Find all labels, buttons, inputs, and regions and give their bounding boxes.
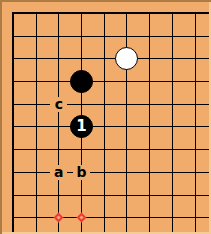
grid-line-horizontal [12,149,211,150]
point-label-c: c [50,97,67,112]
point-label-a: a [50,165,67,180]
go-board: cab1 [0,0,211,234]
stone-move-number: 1 [76,119,86,134]
grid-line-horizontal [12,104,211,105]
white-stone [115,47,138,70]
grid-line-vertical [36,12,37,234]
grid-line-horizontal [12,12,211,14]
board-frame-top [0,0,211,2]
grid-line-horizontal [12,172,211,173]
marked-point-diamond [77,213,87,223]
board-frame-bottom [0,232,211,234]
black-stone [70,70,93,93]
grid-line-vertical [149,12,150,234]
grid-line-vertical [104,12,105,234]
grid-line-horizontal [12,126,211,127]
grid-line-vertical [126,12,127,234]
grid-line-horizontal [12,217,211,218]
board-frame-left [0,0,2,234]
board-frame-right [209,0,211,234]
grid-line-vertical [12,12,14,234]
grid-line-vertical [58,12,59,234]
marked-point-diamond [54,213,64,223]
grid-line-horizontal [12,36,211,37]
grid-line-horizontal [12,58,211,59]
grid-line-horizontal [12,195,211,196]
grid-line-horizontal [12,81,211,82]
grid-line-vertical [172,12,173,234]
black-stone-move-1: 1 [70,115,93,138]
point-label-b: b [73,165,90,180]
grid-line-vertical [195,12,196,234]
